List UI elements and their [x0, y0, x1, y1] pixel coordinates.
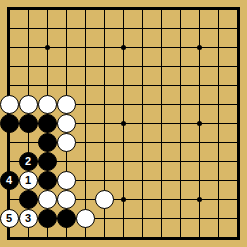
- stone-black[interactable]: [19, 190, 38, 209]
- stone-black[interactable]: [19, 114, 38, 133]
- star-point: [121, 121, 126, 126]
- stone-white[interactable]: [57, 114, 76, 133]
- stone-white[interactable]: [0, 95, 19, 114]
- stone-white[interactable]: [57, 171, 76, 190]
- stone-white[interactable]: [57, 95, 76, 114]
- move-number-label: 1: [25, 175, 31, 186]
- move-3-stone-white[interactable]: 3: [19, 209, 38, 228]
- stone-black[interactable]: [38, 209, 57, 228]
- stone-black[interactable]: [0, 114, 19, 133]
- go-diagram: 24153: [0, 0, 247, 247]
- move-2-stone-black[interactable]: 2: [19, 152, 38, 171]
- stone-black[interactable]: [38, 114, 57, 133]
- stone-black[interactable]: [57, 209, 76, 228]
- stone-white[interactable]: [95, 190, 114, 209]
- stone-white[interactable]: [57, 133, 76, 152]
- star-point: [121, 45, 126, 50]
- move-number-label: 4: [6, 175, 12, 186]
- move-4-stone-black[interactable]: 4: [0, 171, 19, 190]
- stone-white[interactable]: [38, 190, 57, 209]
- stone-black[interactable]: [38, 171, 57, 190]
- stone-black[interactable]: [38, 133, 57, 152]
- star-point: [45, 45, 50, 50]
- go-board[interactable]: 24153: [0, 0, 247, 247]
- star-point: [197, 45, 202, 50]
- move-5-stone-white[interactable]: 5: [0, 209, 19, 228]
- stone-white[interactable]: [76, 209, 95, 228]
- move-number-label: 2: [25, 156, 31, 167]
- stone-white[interactable]: [57, 190, 76, 209]
- star-point: [197, 197, 202, 202]
- stone-black[interactable]: [38, 152, 57, 171]
- move-1-stone-white[interactable]: 1: [19, 171, 38, 190]
- star-point: [121, 197, 126, 202]
- move-number-label: 5: [6, 213, 12, 224]
- star-point: [197, 121, 202, 126]
- stone-white[interactable]: [38, 95, 57, 114]
- move-number-label: 3: [25, 213, 31, 224]
- stone-white[interactable]: [19, 95, 38, 114]
